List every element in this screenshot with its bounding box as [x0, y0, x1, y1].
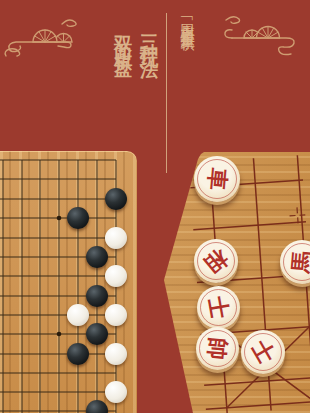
- black-go-stone[interactable]: [67, 343, 89, 365]
- piece-character: 車: [192, 154, 242, 204]
- xiangqi-piece-馬[interactable]: 馬: [280, 240, 310, 284]
- black-go-stone[interactable]: [105, 188, 127, 210]
- xiangqi-piece-帥[interactable]: 帥: [196, 327, 239, 370]
- star-point: [57, 216, 62, 221]
- cloud-ornament-left: [2, 12, 102, 62]
- xiangqi-piece-相[interactable]: 相: [194, 239, 238, 283]
- piece-character: 士: [193, 282, 243, 332]
- white-go-stone[interactable]: [105, 227, 127, 249]
- subtitle-games-list: 「围棋丶五子棋丶象棋」: [177, 12, 197, 29]
- go-board: [0, 151, 137, 413]
- black-go-stone[interactable]: [86, 246, 108, 268]
- tagline-three-ways-to-play: 三种玩法: [137, 21, 161, 53]
- white-go-stone[interactable]: [105, 343, 127, 365]
- tagline-double-sided-board: 双面棋盘: [111, 21, 135, 53]
- white-go-stone[interactable]: [105, 381, 127, 403]
- black-go-stone[interactable]: [86, 323, 108, 345]
- white-go-stone[interactable]: [105, 265, 127, 287]
- xiangqi-board: 車相馬士帥士: [157, 150, 310, 413]
- white-go-stone[interactable]: [105, 304, 127, 326]
- star-point: [57, 332, 62, 337]
- xiangqi-piece-士[interactable]: 士: [197, 286, 240, 329]
- xiangqi-piece-車[interactable]: 車: [194, 156, 240, 202]
- piece-character: 帥: [194, 325, 241, 372]
- white-go-stone[interactable]: [67, 304, 89, 326]
- xiangqi-piece-士[interactable]: 士: [241, 330, 285, 374]
- cloud-ornament-right: [202, 6, 308, 64]
- product-banner: 「围棋丶五子棋丶象棋」 三种玩法 双面棋盘 車相馬士帥士: [0, 0, 310, 413]
- vertical-divider: [166, 13, 167, 173]
- black-go-stone[interactable]: [67, 207, 89, 229]
- black-go-stone[interactable]: [86, 285, 108, 307]
- piece-character: 馬: [278, 238, 310, 286]
